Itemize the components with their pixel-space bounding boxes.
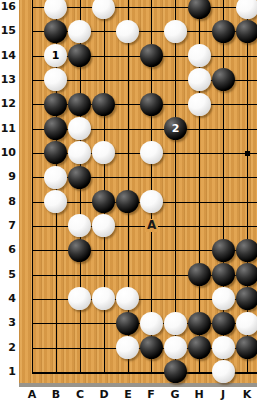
- white-stone-C10: [68, 141, 91, 164]
- black-stone-K4: [236, 287, 257, 310]
- black-stone-J13: [212, 68, 235, 91]
- white-stone-J2: [212, 336, 235, 359]
- row-label-11: 11: [0, 121, 16, 137]
- black-stone-J3: [212, 312, 235, 335]
- black-stone-H2: [188, 336, 211, 359]
- point-label-A: A: [145, 219, 158, 232]
- white-stone-E2: [116, 336, 139, 359]
- white-stone-C7: [68, 214, 91, 237]
- row-label-15: 15: [0, 23, 16, 39]
- white-stone-F10: [140, 141, 163, 164]
- white-stone-H13: [188, 68, 211, 91]
- white-stone-G15: [164, 20, 187, 43]
- black-stone-B15: [44, 20, 67, 43]
- row-label-14: 14: [0, 48, 16, 64]
- white-stone-J1: [212, 360, 235, 383]
- row-label-4: 4: [0, 291, 16, 307]
- white-stone-E4: [116, 287, 139, 310]
- black-stone-C14: [68, 44, 91, 67]
- black-stone-E8: [116, 190, 139, 213]
- row-label-3: 3: [0, 315, 16, 331]
- black-stone-D8: [92, 190, 115, 213]
- black-stone-F2: [140, 336, 163, 359]
- col-label-K: K: [237, 388, 257, 402]
- white-stone-H12: [188, 93, 211, 116]
- row-label-2: 2: [0, 340, 16, 356]
- white-stone-C11: [68, 117, 91, 140]
- row-label-7: 7: [0, 218, 16, 234]
- black-stone-B12: [44, 93, 67, 116]
- row-label-1: 1: [0, 364, 16, 380]
- col-label-E: E: [118, 388, 138, 402]
- white-stone-K3: [236, 312, 257, 335]
- col-label-A: A: [22, 388, 42, 402]
- row-label-10: 10: [0, 145, 16, 161]
- black-stone-J5: [212, 263, 235, 286]
- board-edge-shadow: [19, 383, 257, 387]
- row-label-8: 8: [0, 194, 16, 210]
- white-stone-F8: [140, 190, 163, 213]
- black-stone-H3: [188, 312, 211, 335]
- black-stone-J15: [212, 20, 235, 43]
- col-label-H: H: [189, 388, 209, 402]
- row-label-9: 9: [0, 169, 16, 185]
- row-label-12: 12: [0, 96, 16, 112]
- black-stone-K6: [236, 239, 257, 262]
- black-stone-J6: [212, 239, 235, 262]
- white-stone-D4: [92, 287, 115, 310]
- white-stone-G2: [164, 336, 187, 359]
- black-stone-C12: [68, 93, 91, 116]
- black-stone-C6: [68, 239, 91, 262]
- row-label-6: 6: [0, 242, 16, 258]
- black-stone-G1: [164, 360, 187, 383]
- white-stone-B13: [44, 68, 67, 91]
- white-stone-B9: [44, 166, 67, 189]
- col-label-G: G: [165, 388, 185, 402]
- row-label-13: 13: [0, 72, 16, 88]
- col-label-F: F: [141, 388, 161, 402]
- black-stone-F14: [140, 44, 163, 67]
- white-stone-C4: [68, 287, 91, 310]
- black-stone-K5: [236, 263, 257, 286]
- white-stone-D7: [92, 214, 115, 237]
- white-stone-B14: 1: [44, 44, 67, 67]
- black-stone-F12: [140, 93, 163, 116]
- row-label-16: 16: [0, 0, 16, 15]
- col-label-B: B: [46, 388, 66, 402]
- white-stone-G3: [164, 312, 187, 335]
- black-stone-K15: [236, 20, 257, 43]
- row-label-5: 5: [0, 267, 16, 283]
- go-diagram: 12A16151413121110987654321ABCDEFGHJK: [0, 0, 257, 404]
- white-stone-C15: [68, 20, 91, 43]
- white-stone-J4: [212, 287, 235, 310]
- black-stone-K2: [236, 336, 257, 359]
- black-stone-E3: [116, 312, 139, 335]
- black-stone-C9: [68, 166, 91, 189]
- white-stone-D10: [92, 141, 115, 164]
- star-point-K10: [245, 151, 250, 156]
- white-stone-E15: [116, 20, 139, 43]
- black-stone-H5: [188, 263, 211, 286]
- white-stone-H14: [188, 44, 211, 67]
- black-stone-D12: [92, 93, 115, 116]
- white-stone-K16: [236, 0, 257, 19]
- black-stone-G11: 2: [164, 117, 187, 140]
- col-label-D: D: [94, 388, 114, 402]
- white-stone-F3: [140, 312, 163, 335]
- col-label-C: C: [70, 388, 90, 402]
- col-label-J: J: [213, 388, 233, 402]
- black-stone-B10: [44, 141, 67, 164]
- black-stone-B11: [44, 117, 67, 140]
- white-stone-B8: [44, 190, 67, 213]
